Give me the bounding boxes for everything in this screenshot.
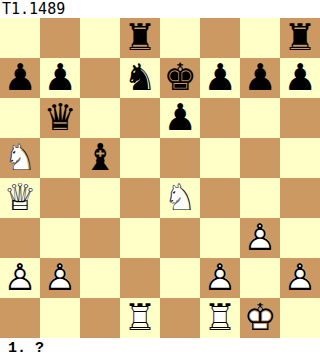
square-f8[interactable]: [200, 18, 240, 58]
square-c8[interactable]: [80, 18, 120, 58]
square-g5[interactable]: [240, 138, 280, 178]
black-pawn-piece: ♟: [40, 58, 80, 98]
square-h1[interactable]: [280, 298, 320, 338]
square-c7[interactable]: [80, 58, 120, 98]
square-d1[interactable]: ♜♖: [120, 298, 160, 338]
square-f6[interactable]: [200, 98, 240, 138]
square-d8[interactable]: ♜: [120, 18, 160, 58]
square-g3[interactable]: ♟♙: [240, 218, 280, 258]
square-a6[interactable]: [0, 98, 40, 138]
square-e2[interactable]: [160, 258, 200, 298]
black-pawn-piece: ♟: [240, 58, 280, 98]
white-pawn-piece: ♟♙: [240, 218, 280, 258]
square-a5[interactable]: ♞♘: [0, 138, 40, 178]
square-d7[interactable]: ♞: [120, 58, 160, 98]
square-a3[interactable]: [0, 218, 40, 258]
square-e8[interactable]: [160, 18, 200, 58]
chess-board: ♜♜♟♟♞♚♟♟♟♛♟♞♘♝♛♕♞♘♟♙♟♙♟♙♟♙♟♙♜♖♜♖♚♔: [0, 18, 320, 338]
square-h7[interactable]: ♟: [280, 58, 320, 98]
chess-puzzle-page: T1.1489 ♜♜♟♟♞♚♟♟♟♛♟♞♘♝♛♕♞♘♟♙♟♙♟♙♟♙♟♙♜♖♜♖…: [0, 0, 320, 360]
white-pawn-piece: ♟♙: [40, 258, 80, 298]
square-a8[interactable]: [0, 18, 40, 58]
square-d4[interactable]: [120, 178, 160, 218]
white-knight-piece: ♞♘: [0, 138, 40, 178]
square-b1[interactable]: [40, 298, 80, 338]
square-e3[interactable]: [160, 218, 200, 258]
square-h3[interactable]: [280, 218, 320, 258]
square-f1[interactable]: ♜♖: [200, 298, 240, 338]
white-rook-piece: ♜♖: [120, 298, 160, 338]
square-h4[interactable]: [280, 178, 320, 218]
white-rook-piece: ♜♖: [200, 298, 240, 338]
square-a2[interactable]: ♟♙: [0, 258, 40, 298]
black-king-piece: ♚: [160, 58, 200, 98]
square-e7[interactable]: ♚: [160, 58, 200, 98]
square-c6[interactable]: [80, 98, 120, 138]
white-king-piece: ♚♔: [240, 298, 280, 338]
square-b8[interactable]: [40, 18, 80, 58]
black-rook-piece: ♜: [280, 18, 320, 58]
square-e1[interactable]: [160, 298, 200, 338]
black-knight-piece: ♞: [120, 58, 160, 98]
square-b5[interactable]: [40, 138, 80, 178]
square-d3[interactable]: [120, 218, 160, 258]
square-a4[interactable]: ♛♕: [0, 178, 40, 218]
square-a1[interactable]: [0, 298, 40, 338]
black-pawn-piece: ♟: [280, 58, 320, 98]
white-pawn-piece: ♟♙: [280, 258, 320, 298]
square-b6[interactable]: ♛: [40, 98, 80, 138]
square-g7[interactable]: ♟: [240, 58, 280, 98]
square-f5[interactable]: [200, 138, 240, 178]
square-g8[interactable]: [240, 18, 280, 58]
square-d2[interactable]: [120, 258, 160, 298]
square-f2[interactable]: ♟♙: [200, 258, 240, 298]
square-c3[interactable]: [80, 218, 120, 258]
square-b7[interactable]: ♟: [40, 58, 80, 98]
square-h8[interactable]: ♜: [280, 18, 320, 58]
puzzle-title: T1.1489: [0, 0, 320, 18]
black-rook-piece: ♜: [120, 18, 160, 58]
square-e4[interactable]: ♞♘: [160, 178, 200, 218]
white-knight-piece: ♞♘: [160, 178, 200, 218]
square-c4[interactable]: [80, 178, 120, 218]
move-prompt: 1. ?: [0, 338, 320, 360]
square-f7[interactable]: ♟: [200, 58, 240, 98]
black-pawn-piece: ♟: [200, 58, 240, 98]
square-h2[interactable]: ♟♙: [280, 258, 320, 298]
square-d6[interactable]: [120, 98, 160, 138]
square-h5[interactable]: [280, 138, 320, 178]
square-b3[interactable]: [40, 218, 80, 258]
square-e6[interactable]: ♟: [160, 98, 200, 138]
square-c5[interactable]: ♝: [80, 138, 120, 178]
square-g1[interactable]: ♚♔: [240, 298, 280, 338]
square-g6[interactable]: [240, 98, 280, 138]
white-pawn-piece: ♟♙: [0, 258, 40, 298]
square-e5[interactable]: [160, 138, 200, 178]
square-f4[interactable]: [200, 178, 240, 218]
square-g4[interactable]: [240, 178, 280, 218]
square-h6[interactable]: [280, 98, 320, 138]
black-queen-piece: ♛: [40, 98, 80, 138]
white-pawn-piece: ♟♙: [200, 258, 240, 298]
black-pawn-piece: ♟: [160, 98, 200, 138]
square-g2[interactable]: [240, 258, 280, 298]
square-c1[interactable]: [80, 298, 120, 338]
black-bishop-piece: ♝: [80, 138, 120, 178]
square-b4[interactable]: [40, 178, 80, 218]
square-b2[interactable]: ♟♙: [40, 258, 80, 298]
black-pawn-piece: ♟: [0, 58, 40, 98]
square-d5[interactable]: [120, 138, 160, 178]
square-c2[interactable]: [80, 258, 120, 298]
white-queen-piece: ♛♕: [0, 178, 40, 218]
square-a7[interactable]: ♟: [0, 58, 40, 98]
square-f3[interactable]: [200, 218, 240, 258]
